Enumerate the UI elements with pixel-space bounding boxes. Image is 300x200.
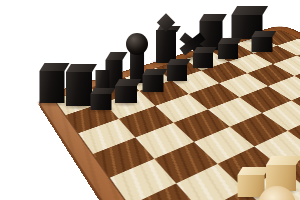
- piece-white-queen: [258, 186, 296, 200]
- piece-black-pawn: [193, 47, 213, 68]
- piece-black-pawn: [167, 59, 187, 81]
- piece-black-pawn: [91, 88, 112, 110]
- piece-black-king: [154, 17, 178, 63]
- piece-black-pawn: [143, 69, 164, 92]
- piece-black-pawn: [252, 31, 273, 52]
- photo-canvas: [0, 0, 300, 200]
- piece-black-rook: [40, 63, 65, 103]
- piece-black-pawn: [115, 79, 137, 103]
- piece-black-pawn: [218, 38, 238, 59]
- piece-black-bishop: [66, 64, 92, 106]
- pieces-layer: [0, 0, 300, 200]
